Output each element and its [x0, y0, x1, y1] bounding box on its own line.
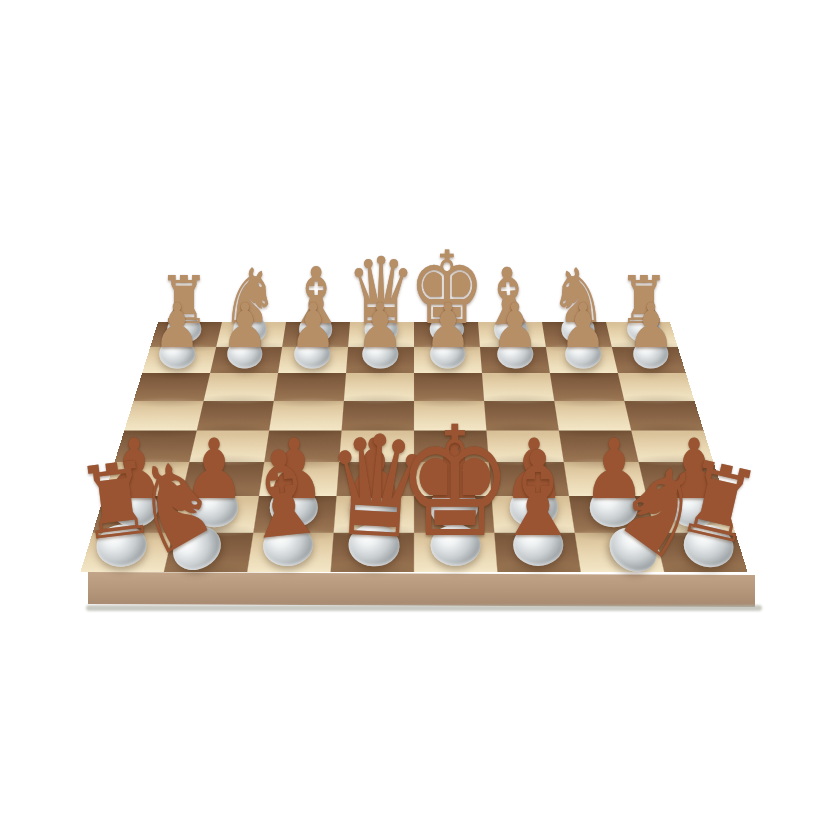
piece-maple-pawn-h7[interactable]: ♟ [623, 304, 678, 369]
piece-maple-pawn-e7[interactable]: ♟ [420, 304, 475, 369]
pawn-glyph: ♟ [627, 304, 674, 349]
pawn-glyph: ♟ [221, 304, 268, 349]
bishop-glyph: ♝ [494, 453, 584, 538]
piece-maple-pawn-g7[interactable]: ♟ [555, 304, 610, 369]
piece-maple-pawn-f7[interactable]: ♟ [488, 304, 543, 369]
pawn-glyph: ♟ [289, 304, 336, 349]
pawn-glyph: ♟ [154, 304, 201, 349]
pawn-glyph: ♟ [560, 304, 607, 349]
pawn-glyph: ♟ [492, 304, 539, 349]
pawn-glyph: ♟ [424, 304, 471, 349]
piece-maple-pawn-d7[interactable]: ♟ [352, 304, 407, 369]
piece-maple-pawn-b7[interactable]: ♟ [217, 304, 272, 369]
piece-maple-pawn-c7[interactable]: ♟ [285, 304, 340, 369]
pieces-layer: ♜♞♝♛♚♝♞♜♟♟♟♟♟♟♟♟♟♟♟♟♟♟♟♟♜♞♝♛♚♝♞♜ [0, 0, 840, 840]
rook-glyph: ♜ [673, 459, 764, 547]
wobble-chess-product-photo: ♜♞♝♛♚♝♞♜♟♟♟♟♟♟♟♟♟♟♟♟♟♟♟♟♜♞♝♛♚♝♞♜ [0, 0, 840, 840]
piece-mahogany-bishop-f1[interactable]: ♝ [486, 453, 592, 566]
pawn-glyph: ♟ [357, 304, 404, 349]
piece-maple-pawn-a7[interactable]: ♟ [150, 304, 205, 369]
